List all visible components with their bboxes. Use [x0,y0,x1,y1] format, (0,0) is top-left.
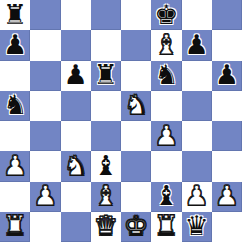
square-e1[interactable]: ♚ [121,212,151,242]
square-c1[interactable] [61,212,91,242]
piece-black-rook[interactable]: ♜ [94,61,118,88]
square-c2[interactable] [61,182,91,212]
square-a8[interactable]: ♜ [0,0,30,30]
square-h4[interactable] [212,121,242,151]
square-a5[interactable]: ♞ [0,91,30,121]
piece-white-pawn[interactable]: ♟ [33,182,57,209]
square-e8[interactable] [121,0,151,30]
piece-white-pawn[interactable]: ♟ [215,182,239,209]
piece-black-knight[interactable]: ♞ [154,61,178,88]
piece-white-pawn[interactable]: ♟ [3,152,27,179]
square-b6[interactable] [30,61,60,91]
square-a1[interactable]: ♜ [0,212,30,242]
square-e5[interactable]: ♞ [121,91,151,121]
square-c6[interactable]: ♟ [61,61,91,91]
square-d3[interactable]: ♝ [91,151,121,181]
square-h2[interactable]: ♟ [212,182,242,212]
square-g1[interactable]: ♛ [182,212,212,242]
square-f5[interactable] [151,91,181,121]
square-f8[interactable]: ♚ [151,0,181,30]
square-e3[interactable] [121,151,151,181]
square-e7[interactable] [121,30,151,60]
square-f4[interactable]: ♟ [151,121,181,151]
square-d8[interactable] [91,0,121,30]
piece-white-rook[interactable]: ♜ [154,212,178,239]
square-f1[interactable]: ♜ [151,212,181,242]
square-b3[interactable] [30,151,60,181]
square-c5[interactable] [61,91,91,121]
square-h1[interactable] [212,212,242,242]
square-g7[interactable]: ♟ [182,30,212,60]
square-a2[interactable] [0,182,30,212]
square-b5[interactable] [30,91,60,121]
square-c4[interactable] [61,121,91,151]
square-g2[interactable]: ♟ [182,182,212,212]
piece-white-rook[interactable]: ♜ [3,212,27,239]
square-d2[interactable]: ♝ [91,182,121,212]
square-a7[interactable]: ♟ [0,30,30,60]
piece-white-queen[interactable]: ♛ [94,212,118,239]
square-h5[interactable] [212,91,242,121]
piece-white-bishop[interactable]: ♝ [154,31,178,58]
square-c8[interactable] [61,0,91,30]
piece-black-bishop[interactable]: ♝ [94,152,118,179]
square-h7[interactable] [212,30,242,60]
piece-black-bishop[interactable]: ♝ [154,182,178,209]
piece-white-pawn[interactable]: ♟ [185,182,209,209]
square-e2[interactable] [121,182,151,212]
square-g8[interactable] [182,0,212,30]
square-f3[interactable] [151,151,181,181]
piece-black-pawn[interactable]: ♟ [185,31,209,58]
square-g6[interactable] [182,61,212,91]
square-b2[interactable]: ♟ [30,182,60,212]
square-c7[interactable] [61,30,91,60]
square-d1[interactable]: ♛ [91,212,121,242]
square-h3[interactable] [212,151,242,181]
piece-white-knight[interactable]: ♞ [64,152,88,179]
piece-black-knight[interactable]: ♞ [3,91,27,118]
chess-board: ♜♚♟♝♟♟♜♞♟♞♞♟♟♞♝♟♝♝♟♟♜♛♚♜♛ [0,0,242,242]
piece-white-bishop[interactable]: ♝ [94,182,118,209]
square-g4[interactable] [182,121,212,151]
piece-black-pawn[interactable]: ♟ [64,61,88,88]
square-d6[interactable]: ♜ [91,61,121,91]
square-f6[interactable]: ♞ [151,61,181,91]
square-e4[interactable] [121,121,151,151]
piece-white-pawn[interactable]: ♟ [154,122,178,149]
square-g5[interactable] [182,91,212,121]
square-b8[interactable] [30,0,60,30]
square-a6[interactable] [0,61,30,91]
square-b7[interactable] [30,30,60,60]
square-f2[interactable]: ♝ [151,182,181,212]
square-h6[interactable]: ♟ [212,61,242,91]
piece-white-king[interactable]: ♚ [124,212,148,239]
piece-black-pawn[interactable]: ♟ [215,61,239,88]
square-g3[interactable] [182,151,212,181]
square-f7[interactable]: ♝ [151,30,181,60]
square-d4[interactable] [91,121,121,151]
square-b4[interactable] [30,121,60,151]
square-d7[interactable] [91,30,121,60]
piece-black-queen[interactable]: ♛ [185,212,209,239]
square-a3[interactable]: ♟ [0,151,30,181]
square-d5[interactable] [91,91,121,121]
square-h8[interactable] [212,0,242,30]
piece-black-king[interactable]: ♚ [154,1,178,28]
piece-black-rook[interactable]: ♜ [3,1,27,28]
piece-white-knight[interactable]: ♞ [124,91,148,118]
piece-black-pawn[interactable]: ♟ [3,31,27,58]
square-b1[interactable] [30,212,60,242]
square-e6[interactable] [121,61,151,91]
square-c3[interactable]: ♞ [61,151,91,181]
square-a4[interactable] [0,121,30,151]
